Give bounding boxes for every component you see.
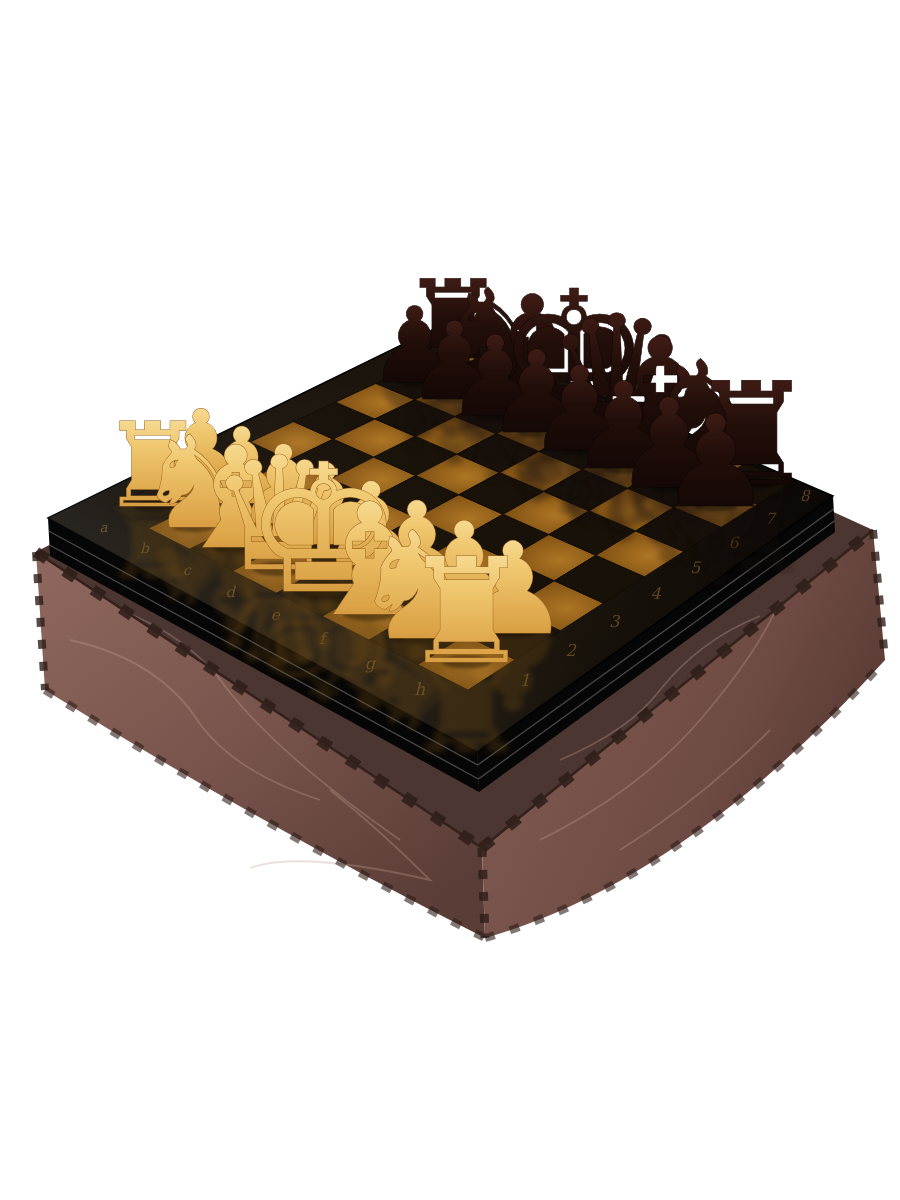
piece-white-rook-h1[interactable]: ♜ [402,527,532,696]
chess-set-photo: overhead-angle product photo of an amber… [0,0,900,1200]
scene-canvas: abcdefgh12345678 ♜♞♟♝♟♚♟♛♟♝♟♞♟♟♜♟♟♟♜♟♞♟♝… [0,0,900,1200]
piece-black-pawn-h7[interactable]: ♟ [659,388,773,536]
